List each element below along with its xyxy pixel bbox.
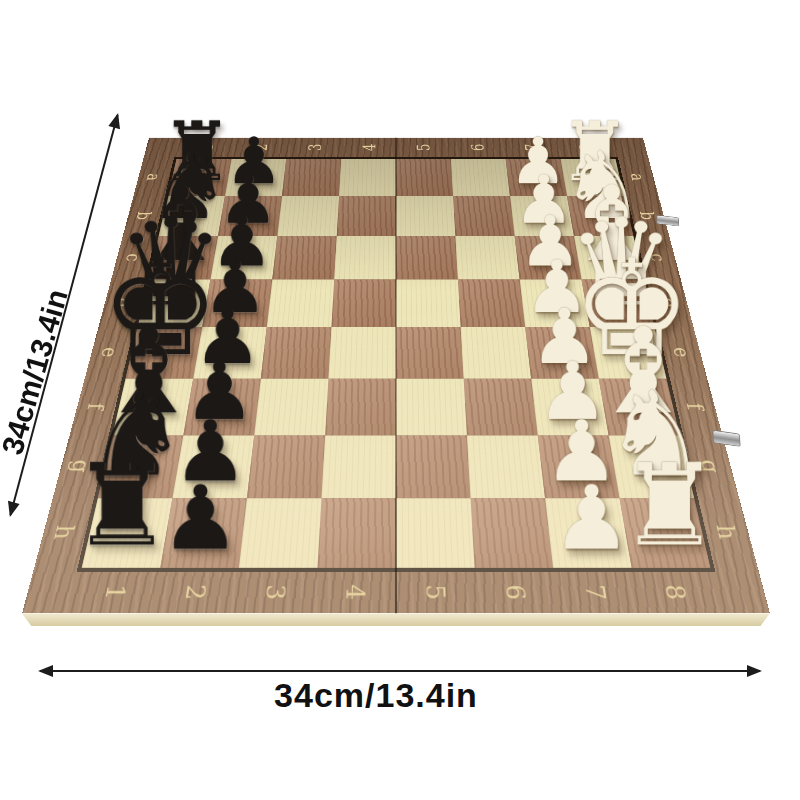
square-f4 bbox=[325, 379, 396, 436]
product-photo-stage: ♜♟♟♜♞♟♟♞♝♟♟♝♛♟♟♛♚♟♟♚♝♟♟♝♞♟♟♞♜♟♟♜ 1234567… bbox=[0, 0, 800, 800]
square-a4 bbox=[339, 159, 396, 196]
square-b6 bbox=[453, 196, 515, 236]
square-f5 bbox=[396, 379, 467, 436]
square-g6 bbox=[467, 436, 545, 499]
square-e6 bbox=[461, 327, 532, 379]
square-d5 bbox=[396, 280, 461, 327]
square-e3 bbox=[261, 327, 332, 379]
square-h2: ♟ bbox=[160, 498, 247, 567]
square-b5 bbox=[396, 196, 455, 236]
square-e5 bbox=[396, 327, 464, 379]
square-h4 bbox=[317, 498, 396, 567]
square-a3 bbox=[282, 159, 341, 196]
square-c3 bbox=[272, 236, 336, 280]
square-h3 bbox=[239, 498, 322, 567]
chess-board: ♜♟♟♜♞♟♟♞♝♟♟♝♛♟♟♛♚♟♟♚♝♟♟♝♞♟♟♞♜♟♟♜ 1234567… bbox=[22, 138, 770, 614]
square-g4 bbox=[321, 436, 396, 499]
dimension-label-bottom: 34cm/13.4in bbox=[176, 676, 576, 715]
square-a6 bbox=[451, 159, 510, 196]
piece-black-rook: ♜ bbox=[71, 449, 173, 562]
square-c5 bbox=[396, 236, 458, 280]
square-h5 bbox=[396, 498, 475, 567]
square-d4 bbox=[331, 280, 396, 327]
piece-black-pawn: ♟ bbox=[161, 473, 240, 562]
square-d3 bbox=[267, 280, 334, 327]
square-g3 bbox=[247, 436, 325, 499]
square-d6 bbox=[458, 280, 525, 327]
square-c6 bbox=[455, 236, 519, 280]
piece-white-rook: ♜ bbox=[619, 449, 721, 562]
square-b4 bbox=[337, 196, 396, 236]
board-side-edge bbox=[22, 613, 770, 626]
square-g5 bbox=[396, 436, 471, 499]
square-h1: ♜ bbox=[82, 498, 173, 567]
square-h6 bbox=[471, 498, 554, 567]
dimension-arrow-bottom bbox=[40, 670, 760, 672]
square-e4 bbox=[328, 327, 396, 379]
square-h8: ♜ bbox=[620, 498, 711, 567]
square-c4 bbox=[334, 236, 396, 280]
square-b3 bbox=[277, 196, 339, 236]
square-f3 bbox=[254, 379, 328, 436]
square-a5 bbox=[396, 159, 453, 196]
square-f6 bbox=[464, 379, 538, 436]
